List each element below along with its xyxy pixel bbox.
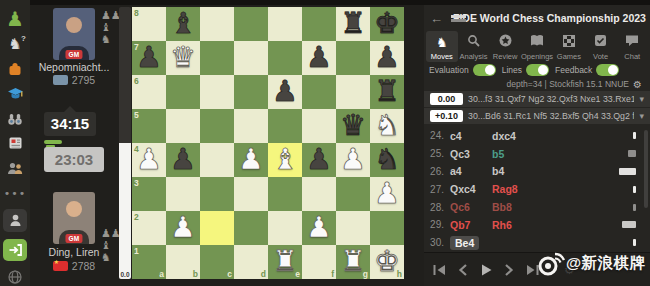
sign-in-icon[interactable] bbox=[3, 239, 27, 262]
rank-label: 6 bbox=[134, 76, 139, 86]
piece-bR: ♜ bbox=[370, 75, 404, 109]
tab-games[interactable]: Games bbox=[553, 31, 585, 62]
file-label: a bbox=[159, 269, 164, 279]
square-h4[interactable]: ♞ bbox=[370, 143, 404, 177]
move-number: 30. bbox=[424, 237, 444, 248]
square-b6[interactable] bbox=[166, 75, 200, 109]
toggle-label: Feedback bbox=[555, 65, 592, 75]
white-move[interactable]: c4 bbox=[450, 130, 462, 142]
rank-label: 5 bbox=[134, 110, 139, 120]
square-d4[interactable]: ♟ bbox=[234, 143, 268, 177]
move-number: 24. bbox=[424, 130, 444, 141]
piece-wQ: ♛ bbox=[166, 41, 200, 75]
toggle-label: Lines bbox=[502, 65, 522, 75]
piece-bB: ♝ bbox=[166, 7, 200, 41]
captured-knight: ♞ bbox=[101, 34, 121, 46]
square-g1[interactable]: g♜ bbox=[336, 245, 370, 279]
square-e2[interactable] bbox=[268, 211, 302, 245]
toggle-lines[interactable]: Lines bbox=[502, 64, 549, 76]
square-d7[interactable] bbox=[234, 41, 268, 75]
square-e6[interactable]: ♟ bbox=[268, 75, 302, 109]
square-c6[interactable] bbox=[200, 75, 234, 109]
knight-question-icon[interactable]: ♞? bbox=[3, 35, 27, 53]
square-f5[interactable] bbox=[302, 109, 336, 143]
move-row-28: 28.Qc6Bb8 bbox=[424, 198, 650, 216]
piece-wK: ♚ bbox=[370, 245, 404, 279]
move-number: 27. bbox=[424, 184, 444, 195]
toggle-switch[interactable] bbox=[473, 64, 496, 76]
move-row-27: 27.Qxc4Rag8 bbox=[424, 180, 650, 198]
move-row-25: 25.Qc3b5 bbox=[424, 145, 650, 163]
square-a2[interactable]: 2 bbox=[132, 211, 166, 245]
square-f8[interactable] bbox=[302, 7, 336, 41]
move-number: 26. bbox=[424, 166, 444, 177]
square-g8[interactable]: ♜ bbox=[336, 7, 370, 41]
tab-review[interactable]: Review bbox=[489, 31, 521, 62]
black-move[interactable]: dxc4 bbox=[492, 130, 516, 142]
toggle-switch[interactable] bbox=[526, 64, 549, 76]
panel-header: ← FIDE World Chess Championship 2023 ⌄ bbox=[424, 5, 650, 31]
square-d2[interactable] bbox=[234, 211, 268, 245]
knight-icon: ♞ bbox=[436, 33, 448, 51]
piece-bR: ♜ bbox=[336, 7, 370, 41]
square-a1[interactable]: 1a bbox=[132, 245, 166, 279]
toggle-feedback[interactable]: Feedback bbox=[555, 64, 619, 76]
eval-mini-bar bbox=[628, 150, 636, 157]
square-c5[interactable] bbox=[200, 109, 234, 143]
eval-mini-bar bbox=[633, 239, 636, 246]
piece-bP: ♟ bbox=[268, 75, 302, 109]
engine-line-2[interactable]: +0.1030...Bd6 31.Rc1 Nf5 32.Bxf5 Qh4 33.… bbox=[424, 108, 650, 125]
move-list: 24.c4dxc425.Qc3b526.a4b427.Qxc4Rag828.Qc… bbox=[424, 127, 650, 252]
square-b4[interactable]: ♟ bbox=[166, 143, 200, 177]
eval-mini-bar bbox=[633, 132, 636, 139]
tab-moves[interactable]: ♞Moves bbox=[426, 31, 458, 62]
clock-bottom-inactive: 23:03 bbox=[44, 147, 104, 172]
square-g7[interactable] bbox=[336, 41, 370, 75]
piece-wP: ♟ bbox=[370, 177, 404, 211]
black-move[interactable]: Rag8 bbox=[492, 183, 518, 195]
line-moves: 30...f3 31.Qxf7 Ng2 32.Qxf3 Nxe1 33.Rxe1… bbox=[468, 94, 634, 104]
event-title: FIDE World Chess Championship 2023 bbox=[453, 12, 646, 24]
chess-event-page: ♟♞?••• GM Nepomniacht... 2795 34:15 23:0… bbox=[0, 0, 650, 286]
square-f2[interactable]: ♟ bbox=[302, 211, 336, 245]
line-moves: 30...Bd6 31.Rc1 Nf5 32.Bxf5 Qh4 33.Qg2 f… bbox=[468, 111, 634, 121]
fide-flag-icon bbox=[53, 75, 68, 85]
rank-label: 1 bbox=[134, 246, 139, 256]
square-e8[interactable] bbox=[268, 7, 302, 41]
file-label: b bbox=[193, 269, 198, 279]
move-number: 29. bbox=[424, 219, 444, 230]
square-g4[interactable]: ♟ bbox=[336, 143, 370, 177]
square-b3[interactable] bbox=[166, 177, 200, 211]
piece-bQ: ♛ bbox=[336, 109, 370, 143]
square-d8[interactable] bbox=[234, 7, 268, 41]
first-move-button[interactable] bbox=[432, 263, 447, 277]
square-h2[interactable] bbox=[370, 211, 404, 245]
top-edge bbox=[0, 0, 650, 5]
square-e4[interactable]: ♝ bbox=[268, 143, 302, 177]
play-move-button[interactable] bbox=[479, 263, 493, 277]
square-b2[interactable]: ♟ bbox=[166, 211, 200, 245]
square-d3[interactable] bbox=[234, 177, 268, 211]
star-icon bbox=[499, 33, 512, 51]
square-a3[interactable]: 3 bbox=[132, 177, 166, 211]
square-e1[interactable]: e♜ bbox=[268, 245, 302, 279]
eval-mini-bar bbox=[633, 186, 636, 193]
engine-lines: 0.0030...f3 31.Qxf7 Ng2 32.Qxf3 Nxe1 33.… bbox=[424, 91, 650, 125]
square-g2[interactable] bbox=[336, 211, 370, 245]
chevron-down-icon[interactable]: ▾ bbox=[639, 94, 644, 104]
tab-label: Review bbox=[493, 52, 518, 61]
tab-label: Openings bbox=[521, 52, 553, 61]
tab-label: Chat bbox=[624, 52, 640, 61]
engine-line-1[interactable]: 0.0030...f3 31.Qxf7 Ng2 32.Qxf3 Nxe1 33.… bbox=[424, 91, 650, 108]
rank-label: 2 bbox=[134, 212, 139, 222]
piece-wR: ♜ bbox=[268, 245, 302, 279]
scrollbar[interactable] bbox=[644, 130, 648, 208]
tab-vote[interactable]: Vote bbox=[585, 31, 617, 62]
avatar-head bbox=[66, 17, 82, 33]
piece-wR: ♜ bbox=[336, 245, 370, 279]
sidebar: ♟♞?••• bbox=[0, 0, 30, 286]
engine-depth-text: depth=34 | Stockfish 15.1 NNUE bbox=[507, 79, 629, 89]
move-number: 28. bbox=[424, 202, 444, 213]
vote-icon bbox=[594, 33, 607, 51]
piece-wB: ♝ bbox=[268, 143, 302, 177]
white-move[interactable]: Qc6 bbox=[450, 201, 470, 213]
eval-mini-bar bbox=[619, 168, 636, 175]
avatar-head bbox=[66, 201, 82, 217]
piece-wP: ♟ bbox=[336, 143, 370, 177]
piece-wP: ♟ bbox=[132, 143, 166, 177]
tab-label: Games bbox=[557, 52, 581, 61]
square-h1[interactable]: h♚ bbox=[370, 245, 404, 279]
tab-bar: ♞MovesAnalysisReviewOpeningsGamesVoteCha… bbox=[424, 31, 650, 62]
square-f7[interactable]: ♟ bbox=[302, 41, 336, 75]
square-h3[interactable]: ♟ bbox=[370, 177, 404, 211]
square-c1[interactable]: c bbox=[200, 245, 234, 279]
piece-bK: ♚ bbox=[370, 7, 404, 41]
square-h6[interactable]: ♜ bbox=[370, 75, 404, 109]
engine-status-row: depth=34 | Stockfish 15.1 NNUE ⚙ bbox=[424, 78, 650, 90]
piece-wP: ♟ bbox=[302, 211, 336, 245]
evaluation-value: 0.0 bbox=[119, 271, 131, 278]
square-g3[interactable] bbox=[336, 177, 370, 211]
puzzle-icon[interactable] bbox=[3, 60, 27, 78]
square-h5[interactable]: ♞ bbox=[370, 109, 404, 143]
avatar-top-player[interactable]: GM bbox=[53, 8, 95, 60]
piece-bP: ♟ bbox=[370, 41, 404, 75]
tab-chat[interactable]: Chat bbox=[616, 31, 648, 62]
square-e3[interactable] bbox=[268, 177, 302, 211]
book-icon bbox=[530, 33, 544, 51]
chess-board: 8♝♜♚7♟♛♟♟6♟♜5♛♞4♟♟♟♝♟♟♞3♟2♟♟1abcde♜fg♜h♚ bbox=[132, 7, 404, 279]
square-c4[interactable] bbox=[200, 143, 234, 177]
square-f6[interactable] bbox=[302, 75, 336, 109]
gear-icon[interactable]: ⚙ bbox=[633, 79, 642, 90]
square-a6[interactable]: 6 bbox=[132, 75, 166, 109]
piece-wP: ♟ bbox=[234, 143, 268, 177]
avatar-bottom-player[interactable]: GM bbox=[53, 192, 95, 244]
tab-label: Moves bbox=[431, 52, 453, 61]
rank-label: 3 bbox=[134, 178, 139, 188]
move-number: 25. bbox=[424, 148, 444, 159]
clock-top-active: 34:15 bbox=[44, 112, 96, 136]
square-c7[interactable] bbox=[200, 41, 234, 75]
captured-knight: ♞ bbox=[101, 252, 121, 264]
more-icon[interactable]: ••• bbox=[3, 184, 27, 202]
eval-mini-bar bbox=[622, 221, 636, 228]
square-f3[interactable] bbox=[302, 177, 336, 211]
black-move[interactable]: b4 bbox=[492, 165, 504, 177]
friends-icon[interactable] bbox=[3, 159, 27, 177]
white-move[interactable]: a4 bbox=[450, 165, 462, 177]
weibo-icon bbox=[536, 248, 566, 278]
square-h8[interactable]: ♚ bbox=[370, 7, 404, 41]
right-panel: ← FIDE World Chess Championship 2023 ⌄ ♞… bbox=[424, 0, 650, 286]
toggle-label: Evaluation bbox=[429, 65, 469, 75]
square-d5[interactable] bbox=[234, 109, 268, 143]
gm-badge-top: GM bbox=[65, 50, 82, 59]
square-c3[interactable] bbox=[200, 177, 234, 211]
magnifier-icon bbox=[467, 33, 480, 51]
piece-wP: ♟ bbox=[166, 211, 200, 245]
piece-bP: ♟ bbox=[166, 143, 200, 177]
toggle-switch[interactable] bbox=[596, 64, 619, 76]
square-f1[interactable]: f bbox=[302, 245, 336, 279]
square-g6[interactable] bbox=[336, 75, 370, 109]
square-f4[interactable]: ♟ bbox=[302, 143, 336, 177]
black-move[interactable]: b5 bbox=[492, 148, 504, 160]
toggle-row: EvaluationLinesFeedback bbox=[424, 62, 650, 78]
file-label: c bbox=[227, 269, 232, 279]
board-icon bbox=[563, 33, 575, 51]
file-label: d bbox=[261, 269, 266, 279]
toggle-evaluation[interactable]: Evaluation bbox=[429, 64, 496, 76]
captured-pieces-bottom: ♟♟♝♞ bbox=[101, 228, 121, 264]
square-a7[interactable]: 7♟ bbox=[132, 41, 166, 75]
move-row-29: 29.Qb7Rh6 bbox=[424, 216, 650, 234]
piece-bN: ♞ bbox=[370, 143, 404, 177]
square-a5[interactable]: 5 bbox=[132, 109, 166, 143]
move-row-26: 26.a4b4 bbox=[424, 163, 650, 181]
prev-move-button[interactable] bbox=[457, 263, 469, 277]
evaluation-bar-white bbox=[119, 143, 131, 279]
globe-icon[interactable] bbox=[3, 268, 27, 286]
white-move[interactable]: Qc3 bbox=[450, 148, 470, 160]
move-row-24: 24.c4dxc4 bbox=[424, 127, 650, 145]
black-move[interactable]: Rh6 bbox=[492, 219, 512, 231]
eval-mini-bar bbox=[633, 204, 636, 211]
news-icon[interactable] bbox=[3, 135, 27, 153]
white-move[interactable]: Be4 bbox=[450, 236, 479, 250]
square-c8[interactable] bbox=[200, 7, 234, 41]
binoculars-icon[interactable] bbox=[3, 110, 27, 128]
back-arrow-icon[interactable]: ← bbox=[430, 11, 443, 26]
time-progress-bar bbox=[44, 140, 62, 144]
chevron-down-icon[interactable]: ▾ bbox=[639, 111, 644, 121]
chat-icon bbox=[625, 33, 639, 51]
piece-bP: ♟ bbox=[302, 41, 336, 75]
piece-bP: ♟ bbox=[302, 143, 336, 177]
rating-value-top: 2795 bbox=[72, 74, 95, 86]
next-move-button[interactable] bbox=[503, 263, 515, 277]
piece-bP: ♟ bbox=[132, 41, 166, 75]
square-a4[interactable]: 4♟ bbox=[132, 143, 166, 177]
eval-score: +0.10 bbox=[430, 110, 463, 122]
watermark-text: @新浪棋牌 bbox=[566, 253, 646, 274]
square-e5[interactable] bbox=[268, 109, 302, 143]
square-h7[interactable]: ♟ bbox=[370, 41, 404, 75]
square-b5[interactable] bbox=[166, 109, 200, 143]
square-b8[interactable]: ♝ bbox=[166, 7, 200, 41]
player-name-top[interactable]: Nepomniacht... bbox=[30, 61, 118, 73]
gm-badge-bottom: GM bbox=[65, 234, 82, 243]
tab-label: Vote bbox=[593, 52, 608, 61]
square-e7[interactable] bbox=[268, 41, 302, 75]
file-label: f bbox=[331, 269, 334, 279]
square-d6[interactable] bbox=[234, 75, 268, 109]
graduation-cap-icon[interactable] bbox=[3, 85, 27, 103]
captured-pieces-top: ♟♟♝♞ bbox=[101, 10, 121, 46]
eval-score: 0.00 bbox=[430, 93, 463, 105]
square-g5[interactable]: ♛ bbox=[336, 109, 370, 143]
watermark: @新浪棋牌 bbox=[536, 248, 646, 278]
player-rating-top: 2795 bbox=[30, 74, 118, 86]
white-move[interactable]: Qxc4 bbox=[450, 183, 476, 195]
square-a8[interactable]: 8 bbox=[132, 7, 166, 41]
tab-label: Analysis bbox=[460, 52, 488, 61]
black-move[interactable]: Bb8 bbox=[492, 201, 512, 213]
user-search-icon[interactable] bbox=[3, 209, 27, 232]
square-d1[interactable]: d bbox=[234, 245, 268, 279]
piece-wN: ♞ bbox=[370, 109, 404, 143]
tab-openings[interactable]: Openings bbox=[521, 31, 553, 62]
square-b7[interactable]: ♛ bbox=[166, 41, 200, 75]
rating-value-bottom: 2788 bbox=[72, 260, 95, 272]
china-flag-icon bbox=[53, 261, 68, 271]
pawn-logo-icon[interactable]: ♟ bbox=[3, 9, 27, 28]
square-b1[interactable]: b bbox=[166, 245, 200, 279]
square-c2[interactable] bbox=[200, 211, 234, 245]
evaluation-bar: 0.0 bbox=[119, 7, 131, 279]
white-move[interactable]: Qb7 bbox=[450, 219, 470, 231]
rank-label: 8 bbox=[134, 8, 139, 18]
tab-analysis[interactable]: Analysis bbox=[458, 31, 490, 62]
